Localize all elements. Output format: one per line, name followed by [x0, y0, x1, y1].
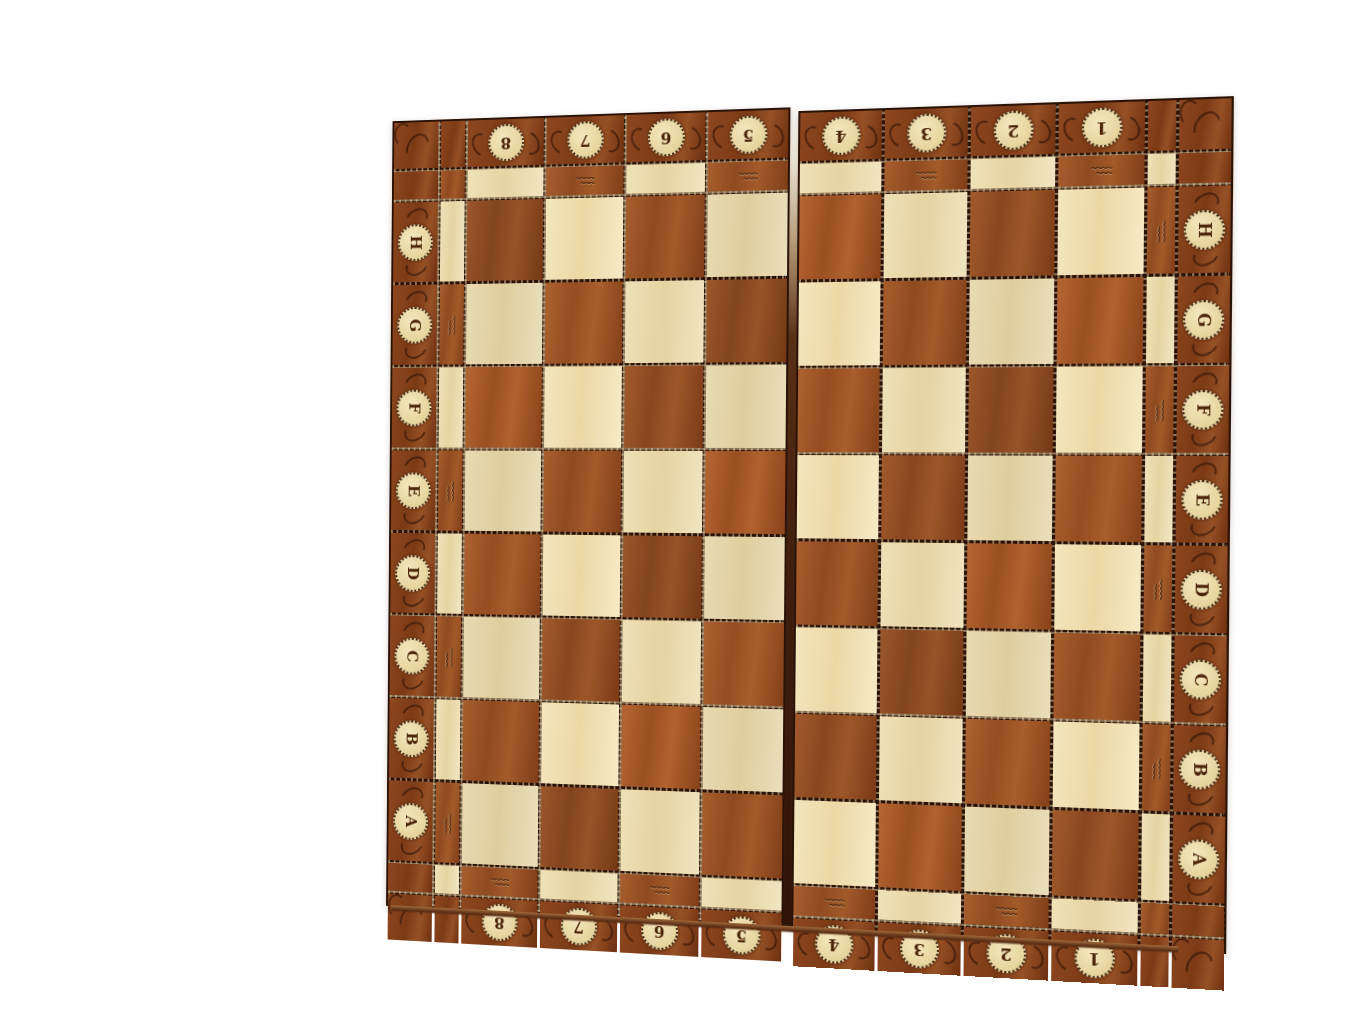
engraved-squiggle-icon: ~~~~ ~~~: [915, 170, 936, 181]
coordinate-medallion: 1: [1074, 938, 1115, 979]
board-left-half: 8765~~~~ ~~~~~~~ ~~~HG~~~~ ~~~FE~~~~ ~~~…: [386, 107, 790, 926]
filler-strip-cell: ~~~~ ~~~: [439, 284, 464, 364]
coordinate-medallion: E: [1181, 479, 1223, 519]
filler-strip-cell: ~~~~ ~~~: [793, 886, 875, 919]
square-e4[interactable]: [797, 455, 879, 539]
coordinate-medallion: 2: [993, 110, 1033, 150]
coordinate-glyph: A: [403, 815, 418, 828]
board-right-half: 4321~~~~ ~~~~~~~ ~~~~~~~ ~~~HG~~~~ ~~~FE…: [791, 96, 1234, 954]
coordinate-glyph: 2: [1007, 122, 1019, 139]
coordinate-glyph: B: [1191, 762, 1208, 777]
square-d3[interactable]: [880, 542, 964, 628]
coord-right-c: C: [1174, 635, 1227, 723]
coordinate-glyph: G: [1195, 312, 1213, 327]
coordinate-medallion: A: [393, 802, 428, 840]
filler-strip-cell: ~~~~ ~~~: [1147, 187, 1176, 274]
square-d4[interactable]: [796, 541, 878, 626]
square-d8[interactable]: [464, 534, 541, 616]
coordinate-medallion: F: [396, 389, 431, 426]
square-h2[interactable]: [970, 190, 1055, 277]
coord-bottom-2: 2: [964, 927, 1049, 981]
engraved-squiggle-icon: ~~~~ ~~~: [650, 885, 670, 896]
square-b4[interactable]: [794, 714, 876, 800]
coord-top-2: 2: [971, 104, 1056, 156]
coord-top-1: 1: [1059, 101, 1146, 153]
square-a7[interactable]: [541, 786, 619, 871]
square-c7[interactable]: [542, 618, 620, 701]
square-b7[interactable]: [541, 702, 619, 786]
filler-strip-cell: [1144, 456, 1173, 543]
filler-strip-cell: [702, 878, 782, 911]
coord-bottom-8: 8: [461, 897, 537, 948]
coordinate-medallion: 7: [560, 907, 596, 946]
coord-top-4: 4: [800, 110, 882, 161]
frame-segment: [1148, 100, 1176, 151]
coord-right-b: B: [1173, 725, 1226, 814]
coordinate-glyph: C: [1192, 672, 1209, 686]
coord-top-3: 3: [885, 107, 968, 158]
engraved-squiggle-icon: ~~~~ ~~~: [824, 897, 844, 908]
coordinate-medallion: D: [395, 554, 430, 591]
filler-strip-cell: ~~~~ ~~~: [884, 159, 967, 191]
coord-left-h: H: [393, 202, 438, 283]
coord-top-7: 7: [546, 115, 624, 165]
coordinate-medallion: 2: [986, 933, 1026, 974]
square-g4[interactable]: [798, 281, 880, 366]
coord-right-f: F: [1176, 366, 1229, 453]
square-c1[interactable]: [1053, 633, 1140, 721]
filler-strip-cell: [1143, 635, 1172, 722]
coordinate-glyph: G: [407, 318, 422, 331]
coordinate-medallion: 3: [899, 929, 938, 970]
square-e2[interactable]: [967, 455, 1052, 541]
coord-left-d: D: [390, 533, 435, 613]
square-h5[interactable]: [707, 193, 788, 278]
square-d5[interactable]: [704, 536, 785, 620]
square-e7[interactable]: [543, 451, 621, 533]
frame-segment: [388, 863, 432, 893]
filler-strip-cell: ~~~~ ~~~: [708, 161, 788, 192]
engraved-squiggle-icon: ~~~~ ~~~: [490, 877, 509, 888]
engraved-squiggle-icon: ~~~~ ~~~: [996, 905, 1017, 916]
square-c8[interactable]: [463, 617, 539, 699]
square-f3[interactable]: [882, 368, 966, 453]
square-b3[interactable]: [879, 716, 963, 803]
coordinate-glyph: 5: [743, 127, 754, 143]
square-f2[interactable]: [968, 367, 1053, 452]
frame-segment: [1172, 904, 1224, 937]
coord-right-a: A: [1172, 815, 1225, 904]
coord-right-g: G: [1177, 276, 1230, 363]
square-c4[interactable]: [795, 627, 877, 713]
coord-bottom-1: 1: [1051, 931, 1137, 985]
frame-corner: [394, 122, 438, 170]
filler-strip-cell: [467, 168, 543, 198]
coord-bottom-5: 5: [701, 909, 781, 961]
coord-bottom-4: 4: [793, 918, 875, 971]
frame-corner: [1172, 938, 1225, 991]
filler-strip-cell: [440, 201, 465, 282]
square-h3[interactable]: [884, 192, 968, 278]
engraved-squiggle-icon: ~~~~ ~~~: [1151, 757, 1162, 778]
filler-strip-cell: ~~~~ ~~~: [438, 450, 463, 530]
coordinate-medallion: 6: [641, 911, 678, 951]
coordinate-medallion: 5: [729, 115, 767, 154]
coord-top-6: 6: [627, 112, 706, 162]
coordinate-glyph: H: [408, 235, 423, 250]
coordinate-glyph: 7: [580, 132, 591, 148]
coordinate-medallion: F: [1182, 389, 1224, 429]
coordinate-glyph: 8: [500, 135, 511, 151]
square-f5[interactable]: [706, 365, 787, 448]
coordinate-glyph: H: [1196, 221, 1214, 237]
square-d1[interactable]: [1054, 544, 1141, 631]
coordinate-medallion: 7: [567, 121, 604, 159]
engraved-squiggle-icon: ~~~~ ~~~: [738, 171, 758, 182]
filler-corner-cell: [1141, 903, 1169, 935]
filler-strip-cell: ~~~~ ~~~: [1142, 724, 1171, 811]
coord-left-a: A: [388, 780, 433, 862]
coordinate-medallion: 3: [907, 113, 946, 153]
square-g5[interactable]: [706, 279, 787, 363]
chess-board: 8765~~~~ ~~~~~~~ ~~~HG~~~~ ~~~FE~~~~ ~~~…: [386, 93, 1193, 947]
frame-segment: [434, 896, 458, 944]
square-g3[interactable]: [883, 280, 967, 365]
coordinate-medallion: G: [397, 306, 432, 343]
coordinate-glyph: 6: [660, 129, 671, 145]
square-f6[interactable]: [624, 366, 703, 448]
engraved-squiggle-icon: ~~~~ ~~~: [445, 481, 454, 500]
filler-strip-cell: ~~~~ ~~~: [964, 894, 1049, 928]
coordinate-medallion: 4: [822, 116, 861, 156]
frame-corner: [388, 893, 432, 941]
filler-strip-cell: ~~~~ ~~~: [620, 874, 699, 907]
coordinate-medallion: G: [1183, 299, 1225, 339]
coordinate-medallion: 8: [481, 903, 517, 942]
square-b8[interactable]: [463, 700, 539, 783]
coordinate-glyph: A: [1190, 852, 1207, 866]
square-h4[interactable]: [799, 194, 881, 279]
coordinate-glyph: 3: [920, 125, 932, 142]
coordinate-glyph: B: [404, 732, 419, 746]
rope-curl-icon: [1172, 938, 1193, 965]
photo-canvas: 8765~~~~ ~~~~~~~ ~~~HG~~~~ ~~~FE~~~~ ~~~…: [0, 0, 1365, 1024]
coord-left-c: C: [390, 615, 435, 696]
coordinate-medallion: H: [1184, 209, 1226, 250]
square-g2[interactable]: [969, 278, 1054, 364]
square-a5[interactable]: [702, 792, 783, 878]
engraved-squiggle-icon: ~~~~ ~~~: [1091, 165, 1112, 176]
filler-strip-cell: [437, 533, 462, 614]
coord-right-d: D: [1175, 546, 1228, 634]
square-e1[interactable]: [1055, 456, 1142, 542]
square-h1[interactable]: [1057, 188, 1144, 276]
square-d6[interactable]: [623, 535, 702, 618]
filler-strip-cell: [436, 699, 461, 780]
filler-strip-cell: [439, 367, 464, 447]
coordinate-glyph: 7: [573, 919, 584, 935]
filler-strip-cell: [878, 890, 961, 924]
square-a8[interactable]: [462, 783, 538, 867]
square-a2[interactable]: [964, 807, 1049, 896]
square-h8[interactable]: [467, 199, 544, 281]
coordinate-glyph: 2: [1000, 945, 1012, 962]
filler-strip-cell: [1146, 276, 1175, 363]
square-e6[interactable]: [623, 451, 702, 534]
square-b5[interactable]: [703, 707, 784, 792]
coordinate-medallion: 4: [815, 924, 854, 964]
coord-right-h: H: [1178, 185, 1231, 273]
square-g7[interactable]: [545, 281, 623, 363]
square-a6[interactable]: [621, 789, 700, 874]
frame-segment: [1140, 936, 1168, 987]
square-h7[interactable]: [545, 197, 623, 280]
coord-top-5: 5: [708, 109, 788, 159]
coordinate-glyph: 1: [1088, 950, 1100, 967]
coordinate-glyph: 1: [1096, 119, 1108, 136]
square-c6[interactable]: [622, 620, 701, 704]
coord-top-8: 8: [468, 118, 544, 167]
engraved-squiggle-icon: ~~~~ ~~~: [1156, 220, 1167, 241]
coordinate-glyph: E: [1193, 493, 1210, 506]
filler-strip-cell: ~~~~ ~~~: [1145, 366, 1174, 453]
square-e3[interactable]: [881, 455, 965, 540]
coord-bottom-6: 6: [620, 905, 699, 957]
filler-strip-cell: ~~~~ ~~~: [462, 866, 538, 898]
square-d7[interactable]: [543, 535, 621, 617]
coordinate-glyph: 5: [736, 927, 747, 944]
coordinate-glyph: 3: [913, 941, 925, 958]
coord-left-f: F: [392, 367, 437, 447]
square-g8[interactable]: [466, 283, 543, 365]
coordinate-glyph: D: [405, 566, 420, 580]
frame-segment: [394, 171, 438, 200]
engraved-squiggle-icon: ~~~~ ~~~: [443, 813, 452, 833]
filler-strip-cell: ~~~~ ~~~: [435, 782, 460, 863]
coordinate-medallion: C: [394, 637, 429, 674]
coordinate-glyph: C: [405, 649, 420, 662]
square-b6[interactable]: [621, 705, 700, 790]
frame-corner: [1179, 98, 1232, 150]
filler-corner-cell: [435, 865, 459, 894]
coordinate-medallion: A: [1178, 838, 1220, 880]
engraved-squiggle-icon: ~~~~ ~~~: [1154, 399, 1165, 420]
rope-curl-icon: [388, 893, 406, 918]
coordinate-glyph: 4: [835, 128, 846, 144]
coord-bottom-3: 3: [877, 922, 960, 975]
square-e5[interactable]: [705, 451, 786, 534]
square-b2[interactable]: [965, 719, 1050, 807]
square-a1[interactable]: [1052, 810, 1139, 900]
filler-strip-cell: [1052, 898, 1138, 932]
square-f1[interactable]: [1056, 366, 1143, 452]
filler-corner-cell: [441, 170, 465, 199]
coord-bottom-7: 7: [540, 901, 618, 952]
coordinate-glyph: 8: [494, 914, 505, 930]
filler-corner-cell: [1148, 153, 1176, 184]
square-g6[interactable]: [625, 280, 704, 363]
coordinate-medallion: 6: [647, 118, 684, 157]
filler-strip-cell: ~~~~ ~~~: [1058, 154, 1144, 186]
coordinate-glyph: 4: [828, 936, 839, 953]
coordinate-medallion: 8: [488, 123, 524, 161]
square-b1[interactable]: [1053, 721, 1140, 810]
square-f4[interactable]: [797, 368, 879, 452]
square-d2[interactable]: [967, 543, 1052, 629]
engraved-squiggle-icon: ~~~~ ~~~: [447, 315, 456, 335]
filler-strip-cell: [626, 163, 705, 194]
square-a4[interactable]: [794, 800, 876, 887]
coord-right-e: E: [1176, 456, 1229, 543]
filler-strip-cell: [540, 870, 617, 902]
square-c5[interactable]: [703, 622, 784, 707]
square-g1[interactable]: [1057, 277, 1144, 364]
coordinate-medallion: H: [398, 223, 433, 260]
rope-curl-icon: [395, 901, 427, 937]
coordinate-glyph: D: [1192, 582, 1210, 597]
engraved-squiggle-icon: ~~~~ ~~~: [575, 175, 594, 185]
coord-left-b: B: [389, 698, 434, 779]
coordinate-medallion: D: [1180, 569, 1222, 609]
filler-strip-cell: ~~~~ ~~~: [1144, 545, 1173, 632]
filler-strip-cell: [970, 157, 1055, 189]
coordinate-glyph: E: [406, 484, 421, 496]
square-e8[interactable]: [465, 450, 542, 531]
engraved-squiggle-icon: ~~~~ ~~~: [1152, 578, 1163, 599]
square-f7[interactable]: [544, 366, 622, 448]
square-c3[interactable]: [880, 629, 964, 715]
coord-left-g: G: [392, 285, 437, 365]
filler-strip-cell: ~~~~ ~~~: [436, 616, 461, 697]
coordinate-medallion: C: [1180, 659, 1222, 700]
coordinate-glyph: F: [1194, 403, 1211, 415]
coord-left-e: E: [391, 450, 436, 530]
frame-segment: [441, 121, 465, 168]
square-c2[interactable]: [966, 631, 1051, 718]
frame-segment: [1179, 152, 1231, 184]
filler-strip-cell: ~~~~ ~~~: [546, 165, 623, 196]
filler-strip-cell: [1141, 813, 1170, 901]
coordinate-medallion: 1: [1081, 107, 1122, 148]
filler-strip-cell: [800, 162, 882, 193]
engraved-squiggle-icon: ~~~~ ~~~: [444, 647, 453, 667]
square-a3[interactable]: [878, 803, 962, 891]
coordinate-glyph: 6: [654, 923, 665, 939]
coordinate-medallion: E: [396, 472, 431, 509]
coordinate-medallion: B: [394, 720, 429, 758]
coordinate-medallion: B: [1179, 749, 1221, 790]
square-f8[interactable]: [465, 367, 542, 448]
coordinate-glyph: F: [407, 402, 422, 413]
coordinate-medallion: 5: [722, 915, 760, 955]
square-h6[interactable]: [626, 195, 705, 279]
